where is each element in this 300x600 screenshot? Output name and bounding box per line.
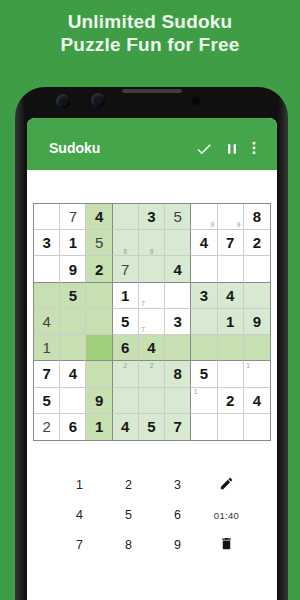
cell-r8c7[interactable]: 1 [191,388,217,414]
trash-icon [219,536,234,554]
keypad-5[interactable]: 5 [104,500,153,530]
cell-r2c7[interactable]: 4 [191,230,217,256]
screenshot-root: { "banner": { "line1": "Unlimited Sudoku… [0,0,300,600]
keypad-4[interactable]: 4 [55,500,104,530]
cell-r4c9[interactable] [244,283,270,309]
sudoku-grid: 7435998315884729274517344573191647422851… [33,203,271,441]
pencil-mark: 7 [139,299,147,307]
cell-r4c8[interactable]: 4 [218,283,244,309]
keypad-7[interactable]: 7 [55,530,104,560]
cell-r1c5[interactable]: 3 [139,204,165,230]
cell-r8c5[interactable] [139,388,165,414]
cell-r1c4[interactable] [113,204,139,230]
promo-banner-line2: Puzzle Fun for Free [0,33,300,56]
cell-r6c8[interactable] [218,335,244,361]
cell-r4c4[interactable]: 1 [113,283,139,309]
cell-r3c4[interactable]: 7 [113,256,139,282]
keypad-8[interactable]: 8 [104,530,153,560]
pencil-mark: 9 [234,221,242,229]
cell-r7c5[interactable]: 2 [139,361,165,387]
cell-r7c8[interactable] [218,361,244,387]
pencil-button[interactable] [202,470,251,500]
cell-r3c7[interactable] [191,256,217,282]
cell-r8c4[interactable] [113,388,139,414]
cell-r4c5[interactable]: 7 [139,283,165,309]
cell-r6c7[interactable] [191,335,217,361]
app-bar: Sudoku [27,118,277,170]
cell-r5c3[interactable] [86,309,112,335]
cell-r3c2[interactable]: 9 [60,256,86,282]
cell-r2c9[interactable]: 2 [244,230,270,256]
cell-r8c3[interactable]: 9 [86,388,112,414]
cell-r2c3[interactable]: 5 [86,230,112,256]
cell-r1c1[interactable] [34,204,60,230]
cell-r9c7[interactable] [191,414,217,440]
phone-mockup: Sudoku 743599831588472927451734457319164… [15,87,288,600]
cell-r2c6[interactable] [165,230,191,256]
cell-r9c1[interactable]: 2 [34,414,60,440]
cell-r2c8[interactable]: 7 [218,230,244,256]
app-title: Sudoku [49,140,100,156]
erase-button[interactable] [202,530,251,560]
cell-r4c1[interactable] [34,283,60,309]
keypad-9[interactable]: 9 [153,530,202,560]
keypad-6[interactable]: 6 [153,500,202,530]
cell-r7c6[interactable]: 8 [165,361,191,387]
cell-r6c3[interactable] [86,335,112,361]
cell-r5c1[interactable]: 4 [34,309,60,335]
pause-button[interactable] [223,140,241,158]
cell-r6c4[interactable]: 6 [113,335,139,361]
cell-r7c9[interactable]: 1 [244,361,270,387]
front-camera2-icon [91,93,105,107]
cell-r3c3[interactable]: 2 [86,256,112,282]
cell-r4c3[interactable] [86,283,112,309]
cell-r8c8[interactable]: 2 [218,388,244,414]
cell-r7c1[interactable]: 7 [34,361,60,387]
cell-r9c3[interactable]: 1 [86,414,112,440]
cell-r2c5[interactable]: 8 [139,230,165,256]
cell-r3c8[interactable] [218,256,244,282]
cell-r7c4[interactable]: 2 [113,361,139,387]
pencil-mark: 8 [147,247,155,255]
cell-r6c2[interactable] [60,335,86,361]
cell-r1c8[interactable]: 9 [218,204,244,230]
cell-r6c9[interactable] [244,335,270,361]
keypad-1[interactable]: 1 [55,470,104,500]
cell-r2c2[interactable]: 1 [60,230,86,256]
pencil-mark: 1 [191,388,199,396]
cell-r1c7[interactable]: 9 [191,204,217,230]
pencil-mark: 1 [244,361,253,369]
cell-r7c2[interactable]: 4 [60,361,86,387]
cell-r8c1[interactable]: 5 [34,388,60,414]
cell-r6c6[interactable] [165,335,191,361]
cell-r5c9[interactable]: 9 [244,309,270,335]
cell-r5c6[interactable]: 3 [165,309,191,335]
pencil-icon [219,476,234,494]
front-camera-icon [56,94,70,108]
number-keypad: 1 2 3 4 5 6 01:40 7 8 9 [55,470,251,560]
speaker-grille [122,89,182,93]
pencil-mark: 9 [208,221,216,229]
overflow-menu-icon[interactable] [245,139,263,157]
cell-r2c1[interactable]: 3 [34,230,60,256]
cell-r1c3[interactable]: 4 [86,204,112,230]
cell-r9c9[interactable] [244,414,270,440]
phone-screen: Sudoku 743599831588472927451734457319164… [27,118,277,600]
cell-r8c6[interactable] [165,388,191,414]
cell-r9c6[interactable]: 7 [165,414,191,440]
cell-r3c1[interactable] [34,256,60,282]
cell-r4c2[interactable]: 5 [60,283,86,309]
cell-r9c4[interactable]: 4 [113,414,139,440]
cell-r5c2[interactable] [60,309,86,335]
cell-r1c2[interactable]: 7 [60,204,86,230]
cell-r8c2[interactable] [60,388,86,414]
cell-r1c6[interactable]: 5 [165,204,191,230]
cell-r5c4[interactable]: 5 [113,309,139,335]
cell-r2c4[interactable]: 8 [113,230,139,256]
sensor-dot [192,97,200,105]
keypad-2[interactable]: 2 [104,470,153,500]
cell-r9c8[interactable] [218,414,244,440]
cell-r8c9[interactable]: 4 [244,388,270,414]
cell-r3c6[interactable]: 4 [165,256,191,282]
cell-r7c3[interactable] [86,361,112,387]
cell-r4c6[interactable] [165,283,191,309]
promo-banner: Unlimited Sudoku Puzzle Fun for Free [0,10,300,56]
cell-r6c5[interactable]: 4 [139,335,165,361]
game-timer: 01:40 [202,500,251,530]
cell-r5c8[interactable]: 1 [218,309,244,335]
promo-banner-line1: Unlimited Sudoku [0,10,300,33]
cell-r9c2[interactable]: 6 [60,414,86,440]
cell-r3c9[interactable] [244,256,270,282]
cell-r5c5[interactable]: 7 [139,309,165,335]
cell-r1c9[interactable]: 8 [244,204,270,230]
keypad-3[interactable]: 3 [153,470,202,500]
cell-r5c7[interactable] [191,309,217,335]
pencil-mark: 7 [139,326,147,334]
cell-r7c7[interactable]: 5 [191,361,217,387]
cell-r3c5[interactable] [139,256,165,282]
check-icon[interactable] [195,140,213,158]
pencil-mark: 2 [121,361,129,369]
pencil-mark: 8 [121,247,129,255]
cell-r4c7[interactable]: 3 [191,283,217,309]
cell-r6c1[interactable]: 1 [34,335,60,361]
cell-r9c5[interactable]: 5 [139,414,165,440]
pencil-mark: 2 [147,361,155,369]
